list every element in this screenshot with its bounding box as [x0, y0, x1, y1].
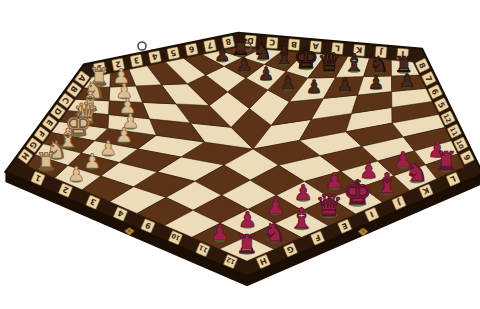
white-rook[interactable]: ♜	[35, 148, 57, 176]
red-pawn[interactable]: ♟	[210, 220, 229, 245]
red-pawn[interactable]: ♟	[266, 194, 285, 219]
red-queen[interactable]: ♛	[315, 187, 343, 223]
red-bishop[interactable]: ♝	[289, 202, 314, 235]
black-king[interactable]: ♚	[293, 42, 319, 75]
black-bishop[interactable]: ♝	[274, 42, 295, 70]
white-pawn[interactable]: ♟	[83, 149, 101, 173]
black-pawn[interactable]: ♟	[214, 44, 231, 65]
black-pawn[interactable]: ♟	[306, 76, 323, 97]
coordinate-label: 4	[148, 51, 161, 64]
red-rook[interactable]: ♜	[235, 229, 258, 259]
coordinate-label: 3	[130, 54, 143, 67]
coordinate-label: 6	[185, 43, 198, 56]
three-player-chess-photo: HGFEDCBA12345678DCBALKJI87651211109LKJIE…	[0, 0, 480, 309]
black-pawn[interactable]: ♟	[279, 72, 296, 93]
white-pawn[interactable]: ♟	[115, 123, 133, 147]
red-king[interactable]: ♚	[342, 173, 372, 212]
red-knight[interactable]: ♞	[405, 157, 428, 187]
black-knight[interactable]: ♞	[253, 39, 273, 64]
red-rook[interactable]: ♜	[434, 146, 457, 176]
black-pawn[interactable]: ♟	[236, 54, 253, 75]
white-pawn[interactable]: ♟	[99, 136, 117, 160]
red-knight[interactable]: ♞	[263, 217, 286, 247]
white-pawn[interactable]: ♟	[67, 162, 85, 186]
black-pawn[interactable]: ♟	[368, 72, 385, 93]
black-pawn[interactable]: ♟	[337, 74, 354, 95]
black-pawn[interactable]: ♟	[258, 63, 275, 84]
red-bishop[interactable]: ♝	[374, 167, 399, 200]
black-pawn[interactable]: ♟	[399, 70, 416, 91]
coordinate-label: 5	[167, 47, 180, 60]
black-queen[interactable]: ♛	[317, 46, 341, 77]
three-player-chess-board: HGFEDCBA12345678DCBALKJI87651211109LKJIE…	[0, 0, 480, 309]
